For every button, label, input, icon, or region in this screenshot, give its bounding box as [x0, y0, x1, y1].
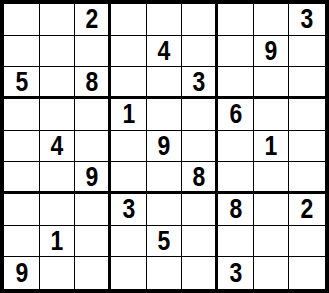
cell-r3c9[interactable]: [289, 67, 325, 99]
cell-r1c1[interactable]: [4, 4, 40, 36]
cell-r7c7: 8: [218, 194, 254, 226]
given-digit: 4: [51, 132, 64, 160]
cell-r6c9[interactable]: [289, 162, 325, 194]
cell-r1c3: 2: [75, 4, 111, 36]
cell-r3c2[interactable]: [40, 67, 76, 99]
cell-r3c1: 5: [4, 67, 40, 99]
cell-r3c5[interactable]: [147, 67, 183, 99]
cell-r3c3: 8: [75, 67, 111, 99]
cell-r7c2[interactable]: [40, 194, 76, 226]
given-digit: 3: [122, 195, 135, 223]
cell-r8c8[interactable]: [254, 226, 290, 258]
cell-r9c5[interactable]: [147, 257, 183, 289]
given-digit: 6: [229, 100, 242, 128]
cell-r1c2[interactable]: [40, 4, 76, 36]
cell-r1c6[interactable]: [182, 4, 218, 36]
cell-r1c5[interactable]: [147, 4, 183, 36]
cell-r8c1[interactable]: [4, 226, 40, 258]
given-digit: 4: [158, 37, 171, 65]
cell-r8c6[interactable]: [182, 226, 218, 258]
given-digit: 9: [158, 132, 171, 160]
cell-r2c3[interactable]: [75, 36, 111, 68]
cell-r2c7[interactable]: [218, 36, 254, 68]
cell-r4c4: 1: [111, 99, 147, 131]
given-digit: 9: [265, 37, 278, 65]
cell-r6c5[interactable]: [147, 162, 183, 194]
given-digit: 3: [192, 68, 205, 96]
cell-r6c7[interactable]: [218, 162, 254, 194]
cell-r8c5: 5: [147, 226, 183, 258]
cell-r5c7[interactable]: [218, 131, 254, 163]
cell-r9c9[interactable]: [289, 257, 325, 289]
sudoku-board: 234958316491983821593: [0, 0, 329, 293]
cell-r1c8[interactable]: [254, 4, 290, 36]
cell-r2c6[interactable]: [182, 36, 218, 68]
cell-r7c4: 3: [111, 194, 147, 226]
given-digit: 8: [85, 68, 98, 96]
cell-r9c8[interactable]: [254, 257, 290, 289]
cell-r9c6[interactable]: [182, 257, 218, 289]
given-digit: 2: [85, 5, 98, 33]
cell-r2c1[interactable]: [4, 36, 40, 68]
cell-r7c3[interactable]: [75, 194, 111, 226]
cell-r8c2: 1: [40, 226, 76, 258]
cell-r9c2[interactable]: [40, 257, 76, 289]
cell-r7c8[interactable]: [254, 194, 290, 226]
cell-r2c4[interactable]: [111, 36, 147, 68]
given-digit: 8: [192, 163, 205, 191]
cell-r7c1[interactable]: [4, 194, 40, 226]
given-digit: 1: [265, 132, 278, 160]
given-digit: 2: [301, 195, 314, 223]
cell-r9c7: 3: [218, 257, 254, 289]
given-digit: 9: [85, 163, 98, 191]
given-digit: 9: [15, 259, 28, 287]
cell-r5c5: 9: [147, 131, 183, 163]
cell-r6c8[interactable]: [254, 162, 290, 194]
cell-r8c3[interactable]: [75, 226, 111, 258]
cell-r7c9: 2: [289, 194, 325, 226]
cell-r3c6: 3: [182, 67, 218, 99]
cell-r7c5[interactable]: [147, 194, 183, 226]
cell-r4c9[interactable]: [289, 99, 325, 131]
cell-r1c4[interactable]: [111, 4, 147, 36]
given-digit: 1: [51, 227, 64, 255]
cell-r5c9[interactable]: [289, 131, 325, 163]
cell-r4c8[interactable]: [254, 99, 290, 131]
cell-r1c7[interactable]: [218, 4, 254, 36]
cell-r4c5[interactable]: [147, 99, 183, 131]
given-digit: 5: [15, 68, 28, 96]
cell-r2c9[interactable]: [289, 36, 325, 68]
cell-r5c4[interactable]: [111, 131, 147, 163]
cell-r6c6: 8: [182, 162, 218, 194]
cell-r2c5: 4: [147, 36, 183, 68]
cell-r4c6[interactable]: [182, 99, 218, 131]
given-digit: 8: [229, 195, 242, 223]
cell-r7c6[interactable]: [182, 194, 218, 226]
cell-r4c7: 6: [218, 99, 254, 131]
cell-r9c4[interactable]: [111, 257, 147, 289]
cell-r5c8: 1: [254, 131, 290, 163]
cell-r3c8[interactable]: [254, 67, 290, 99]
cell-r4c3[interactable]: [75, 99, 111, 131]
given-digit: 1: [122, 100, 135, 128]
cell-r9c1: 9: [4, 257, 40, 289]
cell-r3c7[interactable]: [218, 67, 254, 99]
cell-r5c6[interactable]: [182, 131, 218, 163]
cell-r1c9: 3: [289, 4, 325, 36]
cell-r6c4[interactable]: [111, 162, 147, 194]
cell-r2c2[interactable]: [40, 36, 76, 68]
cell-r4c2[interactable]: [40, 99, 76, 131]
cell-r8c9[interactable]: [289, 226, 325, 258]
cell-r8c7[interactable]: [218, 226, 254, 258]
cell-r3c4[interactable]: [111, 67, 147, 99]
cell-r8c4[interactable]: [111, 226, 147, 258]
cell-r6c3: 9: [75, 162, 111, 194]
given-digit: 3: [301, 5, 314, 33]
cell-r5c2: 4: [40, 131, 76, 163]
cell-r5c3[interactable]: [75, 131, 111, 163]
cell-r9c3[interactable]: [75, 257, 111, 289]
cell-r2c8: 9: [254, 36, 290, 68]
cell-r6c2[interactable]: [40, 162, 76, 194]
given-digit: 3: [229, 259, 242, 287]
cell-r5c1[interactable]: [4, 131, 40, 163]
given-digit: 5: [158, 227, 171, 255]
cell-r4c1[interactable]: [4, 99, 40, 131]
cell-r6c1[interactable]: [4, 162, 40, 194]
